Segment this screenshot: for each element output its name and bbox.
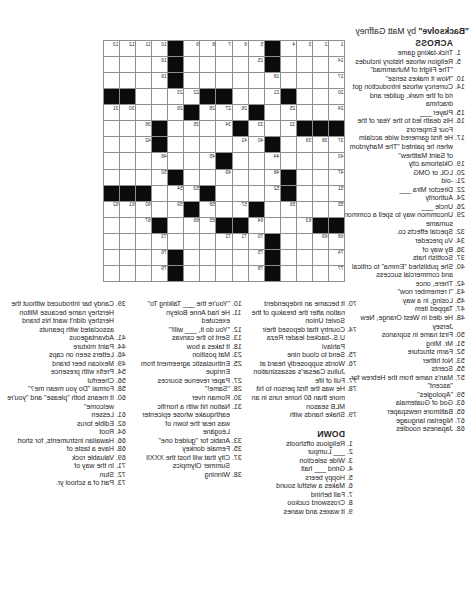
cell-number: 59	[177, 201, 183, 207]
grid-cell[interactable]: 61	[120, 202, 135, 217]
clue-number: 49.	[114, 360, 130, 369]
grid-cell-black	[104, 186, 119, 201]
grid-cell[interactable]	[184, 73, 199, 88]
grid-cell[interactable]: 60	[136, 202, 151, 217]
grid-cell[interactable]	[152, 202, 167, 217]
grid-cell[interactable]	[297, 202, 312, 217]
grid-cell[interactable]: 5	[249, 41, 264, 56]
cell-number: 28	[209, 105, 215, 111]
grid-cell[interactable]: 14	[329, 57, 344, 72]
grid-cell[interactable]	[313, 73, 328, 88]
clue-number: 15.	[453, 109, 469, 118]
grid-cell[interactable]	[120, 218, 135, 233]
cell-number: 65	[209, 217, 215, 223]
grid-cell[interactable]: 70	[249, 234, 264, 249]
grid-cell[interactable]: 63	[297, 218, 312, 233]
grid-cell[interactable]	[297, 57, 312, 72]
clue-number: 68.	[114, 445, 130, 454]
grid-cell[interactable]	[168, 137, 183, 152]
grid-cell[interactable]	[265, 121, 280, 136]
grid-cell[interactable]: 29	[168, 105, 183, 120]
grid-cell[interactable]	[281, 266, 296, 281]
cell-number: 68	[338, 233, 344, 239]
grid-cell-black	[168, 250, 183, 265]
grid-cell[interactable]	[216, 266, 231, 281]
cell-number: 63	[306, 217, 312, 223]
grid-cell[interactable]: 73	[152, 234, 167, 249]
clue-text: It means both "please" and "you're welco…	[6, 394, 114, 411]
grid-cell[interactable]	[200, 73, 215, 88]
grid-cell[interactable]: 11	[136, 41, 151, 56]
grid-cell[interactable]	[313, 186, 328, 201]
grid-cell[interactable]	[168, 234, 183, 249]
grid-cell[interactable]	[104, 218, 119, 233]
grid-cell[interactable]	[313, 266, 328, 281]
grid-cell[interactable]	[200, 266, 215, 281]
cell-number: 39	[306, 137, 312, 143]
clue-number: 18.	[230, 343, 246, 352]
clue: 2.___ Lumpur	[251, 448, 361, 457]
grid-cell[interactable]: 51	[329, 186, 344, 201]
grid-cell[interactable]	[200, 170, 215, 185]
grid-cell[interactable]	[104, 250, 119, 265]
grid-cell[interactable]: 23	[168, 89, 183, 104]
grid-cell[interactable]: 10	[152, 41, 167, 56]
grid-cell[interactable]: 34	[216, 121, 231, 136]
grid-cell[interactable]	[136, 153, 151, 168]
clue-text: Religious offshoots	[251, 440, 345, 449]
grid-cell[interactable]: 40	[249, 137, 264, 152]
grid-cell[interactable]: 64	[249, 218, 264, 233]
grid-cell[interactable]: 20	[329, 89, 344, 104]
grid-cell[interactable]: 18	[265, 73, 280, 88]
grid-cell[interactable]	[233, 153, 248, 168]
grid-cell-black	[265, 41, 280, 56]
grid-cell[interactable]	[104, 121, 119, 136]
cell-number: 64	[258, 217, 264, 223]
grid-cell[interactable]: 31	[104, 105, 119, 120]
grid-cell[interactable]	[120, 121, 135, 136]
grid-cell[interactable]	[184, 170, 199, 185]
grid-cell[interactable]	[313, 170, 328, 185]
grid-cell[interactable]	[281, 137, 296, 152]
grid-cell[interactable]	[313, 105, 328, 120]
grid-cell[interactable]: 43	[329, 153, 344, 168]
grid-cell[interactable]	[297, 250, 312, 265]
grid-cell[interactable]	[249, 186, 264, 201]
clue-text: Paint mixture	[6, 343, 114, 352]
grid-cell[interactable]	[233, 89, 248, 104]
grid-cell[interactable]	[313, 89, 328, 104]
clue: 50.First name in sopranos	[344, 331, 469, 340]
grid-cell[interactable]: 41	[233, 137, 248, 152]
clue-number: 73.	[114, 479, 130, 488]
grid-cell[interactable]	[136, 170, 151, 185]
grid-cell[interactable]: 76	[152, 250, 167, 265]
cell-number: 45	[209, 153, 215, 159]
grid-cell[interactable]: 28	[200, 105, 215, 120]
grid-cell[interactable]: 72	[216, 234, 231, 249]
grid-cell[interactable]	[136, 57, 151, 72]
clue: 46.Letters seen on caps	[6, 351, 130, 360]
grid-cell[interactable]: 75	[249, 250, 264, 265]
clue: 77.Full of life	[251, 377, 361, 386]
grid-cell[interactable]: 48	[265, 170, 280, 185]
grid-cell[interactable]	[184, 137, 199, 152]
clue-number: 71.	[114, 462, 130, 471]
grid-cell[interactable]	[313, 250, 328, 265]
clue-text: It waxes and wanes	[251, 508, 345, 517]
grid-cell[interactable]	[120, 170, 135, 185]
clue: 1.Trick-taking game	[344, 49, 469, 58]
cell-number: 27	[225, 105, 231, 111]
clue: 5.Hoppy beers	[251, 474, 361, 483]
grid-cell[interactable]: 49	[216, 170, 231, 185]
clue-number: 39.	[114, 300, 130, 334]
grid-cell[interactable]	[136, 234, 151, 249]
clue-number: 69.	[114, 454, 130, 463]
clue: 39.Candy bar introduced without the Hers…	[6, 300, 130, 334]
grid-cell[interactable]: 65	[200, 218, 215, 233]
grid-cell[interactable]	[152, 186, 167, 201]
clue-text: Valuable rock	[6, 454, 114, 463]
grid-cell[interactable]	[184, 250, 199, 265]
grid-cell[interactable]: 77	[329, 266, 344, 281]
grid-cell[interactable]	[281, 73, 296, 88]
clue-number: 20.	[453, 169, 469, 178]
grid-cell[interactable]: 55	[329, 202, 344, 217]
clue: 31.Nation hit with a horrific earthquake…	[139, 403, 246, 437]
grid-cell[interactable]: 2	[313, 41, 328, 56]
grid-cell[interactable]	[281, 250, 296, 265]
clue: 38.Winning	[139, 471, 246, 480]
grid-cell[interactable]: 62	[104, 202, 119, 217]
grid-cell[interactable]	[281, 218, 296, 233]
cell-number: 11	[146, 41, 151, 47]
grid-cell[interactable]: 44	[265, 153, 280, 168]
clue: 74.Country that deposed their U.S.-backe…	[251, 326, 361, 352]
grid-cell[interactable]	[184, 234, 199, 249]
cell-number: 76	[161, 249, 167, 255]
clue: 1.Religious offshoots	[251, 440, 361, 449]
clue-text: Country that deposed their U.S.-backed l…	[251, 326, 345, 352]
clue-number: 46.	[114, 351, 130, 360]
across-header: ACROSS	[344, 38, 453, 48]
grid-cell[interactable]: 47	[329, 170, 344, 185]
grid-cell[interactable]	[200, 57, 215, 72]
grid-cell[interactable]: 67	[136, 218, 151, 233]
clue: 41.Advantageous	[6, 334, 130, 343]
grid-cell-black	[265, 234, 280, 249]
across-clue-column: ACROSS 1.Trick-taking game5.Religion who…	[344, 38, 469, 434]
clue-number: 67.	[453, 417, 469, 426]
grid-cell[interactable]: 78	[249, 266, 264, 281]
clue: 35.Female donkey	[139, 445, 246, 454]
grid-cell[interactable]: 4	[281, 41, 296, 56]
cell-number: 24	[338, 105, 344, 111]
grid-cell[interactable]: 39	[297, 137, 312, 152]
grid-cell[interactable]	[200, 137, 215, 152]
grid-cell-black	[168, 57, 183, 72]
grid-cell[interactable]	[297, 73, 312, 88]
grid-cell[interactable]	[120, 234, 135, 249]
grid-cell[interactable]: 79	[152, 266, 167, 281]
cell-number: 41	[242, 137, 248, 143]
grid-cell[interactable]	[184, 266, 199, 281]
grid-cell[interactable]	[136, 105, 151, 120]
grid-cell[interactable]	[313, 57, 328, 72]
grid-cell[interactable]: 27	[216, 105, 231, 120]
clue-number: 22.	[453, 186, 469, 195]
grid-cell[interactable]: 56	[281, 202, 296, 217]
grid-cell[interactable]	[104, 137, 119, 152]
grid-cell[interactable]: 26	[233, 105, 248, 120]
grid-cell[interactable]: 13	[104, 41, 119, 56]
grid-cell[interactable]	[297, 89, 312, 104]
grid-cell[interactable]	[297, 105, 312, 120]
grid-cell-black	[281, 170, 296, 185]
grid-cell[interactable]	[120, 250, 135, 265]
grid-cell[interactable]	[281, 234, 296, 249]
grid-cell[interactable]	[249, 73, 264, 88]
grid-cell[interactable]: 19	[152, 73, 167, 88]
clue-text: Mat position	[139, 351, 230, 360]
grid-cell[interactable]	[313, 202, 328, 217]
grid-cell[interactable]: 17	[329, 73, 344, 88]
grid-cell[interactable]: 71	[233, 234, 248, 249]
grid-cell[interactable]: 50	[152, 170, 167, 185]
clue: 73.Part of a school yr.	[6, 479, 130, 488]
grid-cell[interactable]	[136, 89, 151, 104]
clue: 8.Crossword cuckoo	[251, 499, 361, 508]
grid-cell-black	[168, 266, 183, 281]
grid-cell-black	[249, 202, 264, 217]
grid-cell[interactable]	[216, 57, 231, 72]
grid-cell[interactable]: 53	[184, 186, 199, 201]
grid-cell[interactable]: 54	[168, 186, 183, 201]
clue-text: Wide selection	[251, 457, 345, 466]
grid-cell[interactable]: 16	[152, 57, 167, 72]
cell-number: 33	[258, 121, 264, 127]
grid-cell[interactable]	[297, 186, 312, 201]
grid-cell[interactable]	[104, 234, 119, 249]
grid-cell[interactable]	[136, 266, 151, 281]
grid-cell[interactable]	[216, 73, 231, 88]
grid-cell[interactable]	[216, 250, 231, 265]
grid-cell-black	[168, 170, 183, 185]
clue: 28."Same!"	[139, 385, 246, 394]
grid-cell[interactable]: 6	[233, 41, 248, 56]
grid-cell[interactable]	[249, 170, 264, 185]
clue-number: 29.	[453, 211, 469, 228]
cell-number: 73	[161, 233, 167, 239]
clue-text: By way of	[344, 246, 453, 255]
clue-number: 37.	[230, 454, 246, 471]
grid-cell-black	[233, 121, 248, 136]
grid-cell[interactable]: 66	[184, 218, 199, 233]
grid-cell[interactable]	[200, 250, 215, 265]
grid-cell[interactable]: 68	[329, 234, 344, 249]
grid-cell-black	[265, 266, 280, 281]
grid-cell[interactable]	[216, 137, 231, 152]
clue-text: Roman river	[139, 394, 230, 403]
grid-cell[interactable]: 36	[136, 121, 151, 136]
cell-number: 66	[193, 217, 199, 223]
cell-number: 9	[196, 41, 199, 47]
grid-cell[interactable]: 1	[329, 41, 344, 56]
grid-cell[interactable]: 42	[136, 137, 151, 152]
grid-cell[interactable]: 69	[313, 234, 328, 249]
clue-number: 26.	[453, 203, 469, 212]
clue: 71.In the way of	[6, 462, 130, 471]
grid-cell-black	[152, 137, 167, 152]
grid-cell[interactable]: 32	[281, 121, 296, 136]
grid-cell[interactable]	[249, 89, 264, 104]
grid-cell[interactable]: 21	[265, 89, 280, 104]
grid-cell[interactable]	[120, 266, 135, 281]
grid-cell[interactable]	[168, 121, 183, 136]
grid-cell[interactable]	[104, 73, 119, 88]
grid-cell[interactable]: 9	[184, 41, 199, 56]
grid-cell[interactable]: 46	[152, 153, 167, 168]
clue: 22.Director Mira ___	[344, 186, 469, 195]
grid-cell[interactable]: 59	[168, 202, 183, 217]
grid-cell[interactable]: 22	[184, 89, 199, 104]
grid-cell[interactable]: 38	[313, 137, 328, 152]
crossword-grid[interactable]: 1234567891011121314151617181920212223242…	[103, 40, 345, 282]
grid-cell-black	[281, 89, 296, 104]
grid-cell[interactable]: 12	[120, 41, 135, 56]
grid-cell[interactable]	[313, 153, 328, 168]
clue: 17.He first garnered wide acclaim when h…	[344, 134, 469, 160]
grid-cell[interactable]: 37	[329, 137, 344, 152]
grid-cell[interactable]	[233, 250, 248, 265]
clue-number: 13.	[230, 334, 246, 343]
grid-cell[interactable]	[216, 186, 231, 201]
cell-number: 48	[274, 169, 280, 175]
grid-cell[interactable]	[233, 266, 248, 281]
grid-cell-black	[168, 73, 183, 88]
clue-text: In the way of	[6, 462, 114, 471]
grid-cell[interactable]: 45	[200, 153, 215, 168]
clue-text: He had Anne Boleyn executed	[139, 309, 230, 326]
cell-number: 61	[129, 201, 135, 207]
grid-cell[interactable]	[233, 170, 248, 185]
clue: 66.Hawaiian instruments, for short	[6, 437, 130, 446]
clue-number: 7.	[345, 491, 361, 500]
grid-cell[interactable]	[281, 153, 296, 168]
grid-cell[interactable]: 57	[233, 202, 248, 217]
clue-number: 75.	[345, 351, 361, 360]
grid-cell[interactable]	[233, 186, 248, 201]
grid-cell[interactable]	[168, 218, 183, 233]
clue-number: 41.	[114, 334, 130, 343]
grid-cell[interactable]: 33	[249, 121, 264, 136]
grid-cell[interactable]	[152, 89, 167, 104]
grid-cell[interactable]	[104, 266, 119, 281]
grid-cell[interactable]	[265, 105, 280, 120]
grid-cell[interactable]	[297, 170, 312, 185]
grid-cell[interactable]	[120, 57, 135, 72]
grid-cell[interactable]: 7	[216, 41, 231, 56]
grid-cell[interactable]	[152, 105, 167, 120]
grid-cell[interactable]: 8	[200, 41, 215, 56]
cell-number: 13	[113, 41, 119, 47]
grid-cell[interactable]	[249, 153, 264, 168]
grid-cell[interactable]	[200, 121, 215, 136]
grid-cell[interactable]	[265, 218, 280, 233]
grid-cell[interactable]	[136, 73, 151, 88]
grid-cell[interactable]	[265, 202, 280, 217]
grid-cell[interactable]: 74	[329, 250, 344, 265]
clue-number: 77.	[345, 377, 361, 386]
grid-cell[interactable]	[104, 170, 119, 185]
down-header: DOWN	[251, 429, 345, 439]
clue: 49.Mexican beer brand	[6, 360, 130, 369]
clue-text: Player ___	[344, 109, 453, 118]
grid-cell-black	[200, 89, 215, 104]
grid-cell[interactable]	[120, 153, 135, 168]
cell-number: 67	[145, 217, 151, 223]
grid-cell-black	[249, 105, 264, 120]
grid-cell[interactable]	[136, 250, 151, 265]
clue: 4.Grind ___ halt	[251, 465, 361, 474]
grid-cell[interactable]	[281, 57, 296, 72]
clue-list-down-39-73: 39.Candy bar introduced without the Hers…	[6, 300, 130, 488]
clue: 64.Root	[6, 428, 130, 437]
grid-cell[interactable]: 25	[281, 105, 296, 120]
clue-text: He was the first person to hit more than…	[251, 385, 345, 411]
clue-number: 76.	[345, 360, 361, 377]
grid-cell[interactable]	[233, 57, 248, 72]
cell-number: 62	[113, 201, 119, 207]
clue: 19.Oklahoma city	[344, 160, 469, 169]
grid-cell[interactable]	[184, 57, 199, 72]
cell-number: 4	[293, 41, 296, 47]
grid-cell[interactable]	[104, 153, 119, 168]
grid-cell[interactable]	[233, 73, 248, 88]
clue-number: 8.	[345, 499, 361, 508]
grid-cell[interactable]: 58	[200, 202, 215, 217]
clue-number: 9.	[345, 508, 361, 517]
grid-cell[interactable]: 30	[120, 105, 135, 120]
grid-cell[interactable]	[120, 73, 135, 88]
grid-cell[interactable]	[297, 153, 312, 168]
grid-cell[interactable]: 24	[329, 105, 344, 120]
grid-cell[interactable]	[297, 234, 312, 249]
cell-number: 78	[258, 265, 264, 271]
clue-text: Fall behind	[251, 491, 345, 500]
grid-cell[interactable]	[184, 153, 199, 168]
grid-cell[interactable]: 35	[184, 121, 199, 136]
grid-cell[interactable]	[168, 153, 183, 168]
grid-cell[interactable]: 52	[265, 186, 280, 201]
cell-number: 58	[209, 201, 215, 207]
clue: 7.Fall behind	[251, 491, 361, 500]
grid-cell[interactable]: 3	[297, 41, 312, 56]
grid-cell[interactable]	[200, 234, 215, 249]
grid-cell[interactable]	[120, 137, 135, 152]
grid-cell[interactable]	[297, 266, 312, 281]
cell-number: 22	[193, 89, 199, 95]
grid-cell[interactable]	[216, 202, 231, 217]
clue-text: Mexican beer brand	[6, 360, 114, 369]
grid-cell[interactable]: 15	[249, 57, 264, 72]
clue: 55.Scents	[344, 365, 469, 374]
cell-number: 18	[274, 73, 280, 79]
clue-number: 54.	[114, 368, 130, 377]
grid-cell[interactable]	[104, 57, 119, 72]
